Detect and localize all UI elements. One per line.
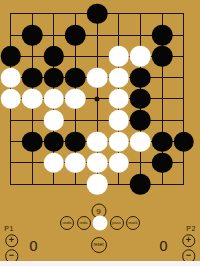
- stone-white: [87, 153, 108, 174]
- p1-capture-count: 0: [29, 238, 38, 254]
- turn-indicator-white-stone[interactable]: [93, 215, 108, 230]
- stone-white: [109, 153, 130, 174]
- stone-black: [152, 25, 173, 46]
- stone-white: [109, 46, 130, 67]
- stone-black: [130, 67, 151, 88]
- hoshi-dot: [95, 96, 100, 101]
- stone-white: [87, 67, 108, 88]
- p1-label: P1: [4, 224, 14, 231]
- p2-capture-count: 0: [159, 238, 168, 254]
- app-root: 9 undo redo pass mark reset P1 + − 0 P2 …: [0, 0, 200, 266]
- stone-black: [130, 174, 151, 195]
- stone-black: [130, 110, 151, 131]
- stone-white: [0, 89, 21, 110]
- stone-black: [44, 46, 65, 67]
- stone-black: [22, 67, 43, 88]
- stone-white: [109, 89, 130, 110]
- stone-white: [44, 153, 65, 174]
- stone-white: [130, 131, 151, 152]
- stone-white: [44, 89, 65, 110]
- stone-black: [152, 131, 173, 152]
- go-board[interactable]: [0, 0, 200, 198]
- p1-plus-button[interactable]: +: [5, 234, 19, 248]
- stone-white: [87, 131, 108, 152]
- stone-black: [0, 46, 21, 67]
- stone-black: [152, 153, 173, 174]
- stone-black: [130, 89, 151, 110]
- redo-button[interactable]: redo: [77, 216, 91, 230]
- grid-line-vertical: [183, 13, 184, 184]
- stone-white: [109, 110, 130, 131]
- stone-black: [22, 25, 43, 46]
- stone-black: [22, 131, 43, 152]
- reset-button[interactable]: reset: [91, 237, 107, 253]
- stone-white: [109, 131, 130, 152]
- stone-white: [22, 89, 43, 110]
- mark-button[interactable]: mark: [126, 216, 140, 230]
- stone-white: [65, 153, 86, 174]
- stone-white: [65, 89, 86, 110]
- stone-white: [109, 67, 130, 88]
- stone-white: [130, 46, 151, 67]
- p2-label: P2: [186, 224, 196, 231]
- stone-black: [65, 131, 86, 152]
- stone-black: [44, 131, 65, 152]
- stone-black: [87, 3, 108, 24]
- stone-black: [65, 67, 86, 88]
- stone-black: [65, 25, 86, 46]
- undo-button[interactable]: undo: [60, 216, 74, 230]
- stone-white: [44, 110, 65, 131]
- stone-white: [0, 67, 21, 88]
- stone-black: [174, 131, 195, 152]
- stone-black: [152, 46, 173, 67]
- stone-white: [87, 174, 108, 195]
- grid-line-horizontal: [10, 120, 184, 121]
- pass-button[interactable]: pass: [110, 216, 124, 230]
- stone-black: [44, 67, 65, 88]
- p2-plus-button[interactable]: +: [182, 234, 196, 248]
- bottom-strip: [0, 261, 200, 266]
